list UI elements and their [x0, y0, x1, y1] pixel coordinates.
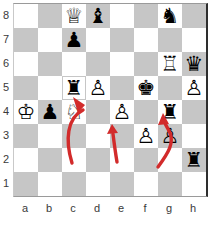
square-h5[interactable]: ♙ [182, 76, 206, 100]
square-e4[interactable]: ♙ [110, 100, 134, 124]
file-label-f: f [133, 201, 157, 215]
square-f8[interactable] [134, 4, 158, 28]
file-label-a: a [13, 201, 37, 215]
piece-black-knight-g8[interactable]: ♞ [158, 4, 182, 28]
square-a7[interactable] [14, 28, 38, 52]
piece-white-pawn-e4[interactable]: ♙ [110, 100, 134, 124]
rank-label-1: 1 [0, 171, 12, 195]
square-f1[interactable] [134, 172, 158, 196]
piece-white-queen-c8[interactable]: ♕ [62, 4, 86, 28]
square-g5[interactable] [158, 76, 182, 100]
square-b7[interactable] [38, 28, 62, 52]
square-c5[interactable]: ♜ [62, 76, 86, 100]
square-b5[interactable] [38, 76, 62, 100]
square-d5[interactable]: ♙ [86, 76, 110, 100]
square-f7[interactable] [134, 28, 158, 52]
piece-white-pawn-f3[interactable]: ♙ [134, 124, 158, 148]
file-label-b: b [37, 201, 61, 215]
square-c4[interactable]: ♘ [62, 100, 86, 124]
square-d1[interactable] [86, 172, 110, 196]
rank-label-2: 2 [0, 147, 12, 171]
square-c3[interactable] [62, 124, 86, 148]
square-f3[interactable]: ♙ [134, 124, 158, 148]
square-g4[interactable]: ♜ [158, 100, 182, 124]
square-g8[interactable]: ♞ [158, 4, 182, 28]
square-a1[interactable] [14, 172, 38, 196]
piece-white-pawn-h5[interactable]: ♙ [182, 76, 206, 100]
square-a4[interactable]: ♔ [14, 100, 38, 124]
piece-black-pawn-b4[interactable]: ♟ [38, 100, 62, 124]
rank-label-5: 5 [0, 75, 12, 99]
square-d7[interactable] [86, 28, 110, 52]
square-b4[interactable]: ♟ [38, 100, 62, 124]
square-c1[interactable] [62, 172, 86, 196]
square-c7[interactable]: ♟ [62, 28, 86, 52]
square-h1[interactable] [182, 172, 206, 196]
square-a3[interactable] [14, 124, 38, 148]
square-d3[interactable] [86, 124, 110, 148]
square-b2[interactable] [38, 148, 62, 172]
file-label-g: g [157, 201, 181, 215]
square-d6[interactable] [86, 52, 110, 76]
square-c2[interactable] [62, 148, 86, 172]
file-label-h: h [181, 201, 205, 215]
piece-black-king-f5[interactable]: ♚ [134, 76, 158, 100]
rank-label-3: 3 [0, 123, 12, 147]
rank-label-8: 8 [0, 3, 12, 27]
square-h7[interactable] [182, 28, 206, 52]
piece-black-rook-g4[interactable]: ♜ [158, 100, 182, 124]
square-d4[interactable] [86, 100, 110, 124]
file-label-e: e [109, 201, 133, 215]
square-f2[interactable] [134, 148, 158, 172]
square-b3[interactable] [38, 124, 62, 148]
square-e5[interactable] [110, 76, 134, 100]
square-b6[interactable] [38, 52, 62, 76]
square-a6[interactable] [14, 52, 38, 76]
square-h8[interactable] [182, 4, 206, 28]
square-d8[interactable]: ♝ [86, 4, 110, 28]
square-e2[interactable] [110, 148, 134, 172]
rank-label-6: 6 [0, 51, 12, 75]
chess-board[interactable]: ♕♝♞♟♖♛♜♙♚♙♔♟♘♙♜♙♙♜ [13, 3, 208, 197]
square-f6[interactable] [134, 52, 158, 76]
piece-black-rook-c5[interactable]: ♜ [62, 76, 86, 100]
piece-black-bishop-d8[interactable]: ♝ [86, 4, 110, 28]
square-g2[interactable] [158, 148, 182, 172]
square-h6[interactable]: ♛ [182, 52, 206, 76]
square-a5[interactable] [14, 76, 38, 100]
file-label-d: d [85, 201, 109, 215]
file-label-c: c [61, 201, 85, 215]
square-h2[interactable]: ♜ [182, 148, 206, 172]
rank-label-7: 7 [0, 27, 12, 51]
square-a2[interactable] [14, 148, 38, 172]
square-a8[interactable] [14, 4, 38, 28]
piece-white-pawn-g3[interactable]: ♙ [158, 124, 182, 148]
piece-white-pawn-d5[interactable]: ♙ [86, 76, 110, 100]
piece-black-rook-h2[interactable]: ♜ [182, 148, 206, 172]
piece-white-king-a4[interactable]: ♔ [14, 100, 38, 124]
piece-black-pawn-c7[interactable]: ♟ [62, 28, 86, 52]
square-e1[interactable] [110, 172, 134, 196]
piece-white-knight-c4[interactable]: ♘ [62, 100, 86, 124]
square-f4[interactable] [134, 100, 158, 124]
chess-diagram: ♕♝♞♟♖♛♜♙♚♙♔♟♘♙♜♙♙♜ 87654321abcdefgh [0, 0, 214, 239]
piece-white-rook-g6[interactable]: ♖ [158, 52, 182, 76]
square-c6[interactable] [62, 52, 86, 76]
square-b8[interactable] [38, 4, 62, 28]
square-g1[interactable] [158, 172, 182, 196]
square-b1[interactable] [38, 172, 62, 196]
square-e3[interactable] [110, 124, 134, 148]
square-e6[interactable] [110, 52, 134, 76]
square-h3[interactable] [182, 124, 206, 148]
square-c8[interactable]: ♕ [62, 4, 86, 28]
rank-label-4: 4 [0, 99, 12, 123]
square-g7[interactable] [158, 28, 182, 52]
square-e7[interactable] [110, 28, 134, 52]
square-f5[interactable]: ♚ [134, 76, 158, 100]
square-d2[interactable] [86, 148, 110, 172]
square-g3[interactable]: ♙ [158, 124, 182, 148]
square-e8[interactable] [110, 4, 134, 28]
square-h4[interactable] [182, 100, 206, 124]
square-g6[interactable]: ♖ [158, 52, 182, 76]
piece-black-queen-h6[interactable]: ♛ [182, 52, 206, 76]
